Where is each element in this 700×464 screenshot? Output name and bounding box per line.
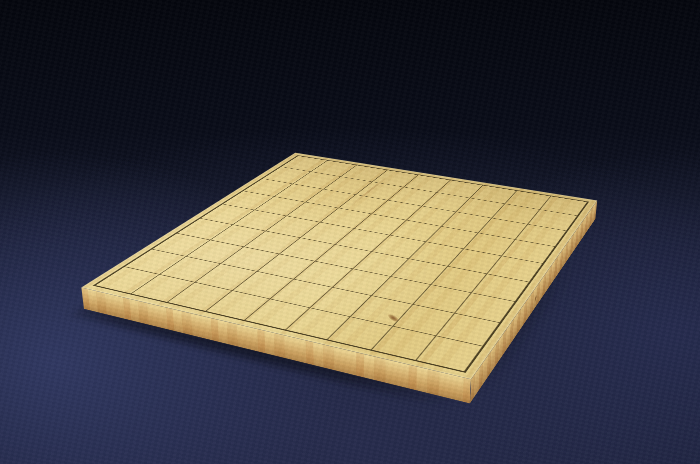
wood-knot-side <box>535 294 537 303</box>
photo-scene <box>0 0 700 464</box>
